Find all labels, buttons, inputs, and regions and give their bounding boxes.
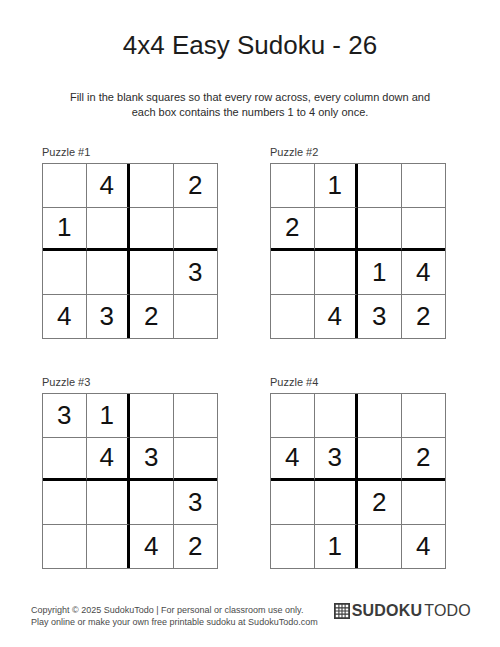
cell-r3c1 bbox=[43, 481, 87, 525]
cell-r1c4: 2 bbox=[174, 164, 218, 208]
cell-r2c4: 2 bbox=[402, 438, 446, 482]
cell-r3c3: 1 bbox=[358, 251, 402, 295]
cell-r4c4: 2 bbox=[174, 525, 218, 569]
cell-r2c2: 4 bbox=[87, 438, 131, 482]
cell-r3c2 bbox=[315, 481, 359, 525]
cell-r3c3 bbox=[130, 481, 174, 525]
cell-r4c2: 3 bbox=[87, 295, 131, 339]
cell-r2c2 bbox=[87, 208, 131, 252]
cell-r2c3 bbox=[358, 438, 402, 482]
cell-r3c3 bbox=[130, 251, 174, 295]
cell-r4c1 bbox=[43, 525, 87, 569]
footer-copyright-line-2: Play online or make your own free printa… bbox=[31, 616, 318, 628]
printable-sudoku-page: 4x4 Easy Sudoku - 26 Fill in the blank s… bbox=[0, 0, 500, 647]
puzzle-1-board: 4213432 bbox=[42, 163, 218, 339]
cell-r1c2: 4 bbox=[87, 164, 131, 208]
cell-r3c1 bbox=[271, 481, 315, 525]
cell-r2c1: 2 bbox=[271, 208, 315, 252]
cell-r1c3 bbox=[130, 164, 174, 208]
puzzle-4-label: Puzzle #4 bbox=[270, 376, 318, 388]
logo-text-sudoku: SUDOKU bbox=[352, 602, 423, 620]
logo-text-todo: TODO bbox=[424, 602, 471, 620]
cell-r2c2 bbox=[315, 208, 359, 252]
cell-r1c1 bbox=[43, 164, 87, 208]
cell-r4c3 bbox=[358, 525, 402, 569]
cell-r3c4: 3 bbox=[174, 251, 218, 295]
cell-r2c4 bbox=[174, 438, 218, 482]
cell-r4c1: 4 bbox=[43, 295, 87, 339]
puzzle-3-label: Puzzle #3 bbox=[42, 376, 90, 388]
cell-r2c1: 4 bbox=[271, 438, 315, 482]
cell-r2c3 bbox=[130, 208, 174, 252]
cell-r1c2 bbox=[315, 394, 359, 438]
cell-r4c3: 2 bbox=[130, 295, 174, 339]
cell-r4c3: 3 bbox=[358, 295, 402, 339]
cell-r3c1 bbox=[43, 251, 87, 295]
cell-r2c1 bbox=[43, 438, 87, 482]
cell-r4c2: 1 bbox=[315, 525, 359, 569]
cell-r1c4 bbox=[402, 164, 446, 208]
cell-r2c1: 1 bbox=[43, 208, 87, 252]
cell-r1c3 bbox=[358, 394, 402, 438]
puzzle-3-board: 3143342 bbox=[42, 393, 218, 569]
cell-r4c4: 4 bbox=[402, 525, 446, 569]
grid-icon bbox=[334, 603, 350, 619]
cell-r4c1 bbox=[271, 525, 315, 569]
instructions-line-2: each box contains the numbers 1 to 4 onl… bbox=[132, 106, 369, 118]
cell-r2c3 bbox=[358, 208, 402, 252]
cell-r4c2 bbox=[87, 525, 131, 569]
puzzle-2-label: Puzzle #2 bbox=[270, 146, 318, 158]
puzzle-4-board: 432214 bbox=[270, 393, 446, 569]
cell-r2c4 bbox=[174, 208, 218, 252]
instructions-line-1: Fill in the blank squares so that every … bbox=[70, 91, 430, 103]
cell-r2c3: 3 bbox=[130, 438, 174, 482]
footer-copyright: Copyright © 2025 SudokuTodo | For person… bbox=[31, 604, 318, 628]
cell-r3c4 bbox=[402, 481, 446, 525]
cell-r4c2: 4 bbox=[315, 295, 359, 339]
cell-r1c4 bbox=[174, 394, 218, 438]
cell-r2c4 bbox=[402, 208, 446, 252]
cell-r3c1 bbox=[271, 251, 315, 295]
puzzle-1-label: Puzzle #1 bbox=[42, 146, 90, 158]
cell-r1c4 bbox=[402, 394, 446, 438]
instructions: Fill in the blank squares so that every … bbox=[0, 90, 500, 120]
cell-r3c3: 2 bbox=[358, 481, 402, 525]
cell-r1c3 bbox=[358, 164, 402, 208]
cell-r1c3 bbox=[130, 394, 174, 438]
cell-r1c1 bbox=[271, 394, 315, 438]
cell-r4c1 bbox=[271, 295, 315, 339]
cell-r2c2: 3 bbox=[315, 438, 359, 482]
cell-r4c3: 4 bbox=[130, 525, 174, 569]
cell-r1c1: 3 bbox=[43, 394, 87, 438]
footer-copyright-line-1: Copyright © 2025 SudokuTodo | For person… bbox=[31, 604, 318, 616]
puzzle-2-board: 1214432 bbox=[270, 163, 446, 339]
cell-r4c4: 2 bbox=[402, 295, 446, 339]
sudokutodo-logo: SUDOKUTODO bbox=[334, 602, 471, 620]
cell-r4c4 bbox=[174, 295, 218, 339]
cell-r1c2: 1 bbox=[87, 394, 131, 438]
cell-r3c4: 3 bbox=[174, 481, 218, 525]
cell-r3c2 bbox=[87, 251, 131, 295]
cell-r1c2: 1 bbox=[315, 164, 359, 208]
cell-r1c1 bbox=[271, 164, 315, 208]
cell-r3c2 bbox=[315, 251, 359, 295]
page-title: 4x4 Easy Sudoku - 26 bbox=[0, 30, 500, 61]
cell-r3c2 bbox=[87, 481, 131, 525]
cell-r3c4: 4 bbox=[402, 251, 446, 295]
